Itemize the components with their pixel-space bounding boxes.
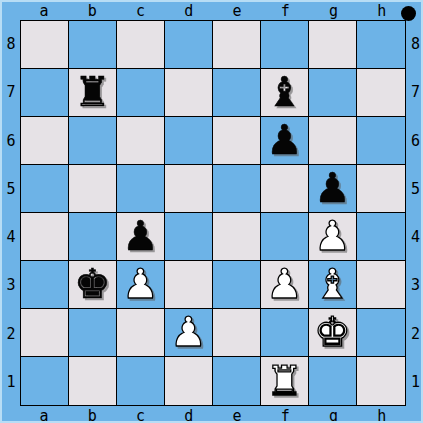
- square-g7[interactable]: [309, 69, 357, 117]
- rank-label-3: 3: [406, 261, 423, 309]
- file-label-b: b: [68, 406, 116, 423]
- file-label-f: f: [261, 406, 309, 423]
- square-d4[interactable]: [165, 213, 213, 261]
- square-d7[interactable]: [165, 69, 213, 117]
- piece-black-pawn: ♟: [266, 120, 303, 161]
- piece-white-rook: ♜: [266, 361, 303, 402]
- file-label-b: b: [68, 2, 116, 20]
- square-h6[interactable]: [357, 117, 405, 165]
- square-f8[interactable]: [261, 21, 309, 69]
- square-a1[interactable]: [21, 357, 69, 405]
- square-b5[interactable]: [69, 165, 117, 213]
- square-a3[interactable]: [21, 261, 69, 309]
- square-g4[interactable]: ♟: [309, 213, 357, 261]
- square-a7[interactable]: [21, 69, 69, 117]
- square-e8[interactable]: [213, 21, 261, 69]
- piece-white-pawn: ♟: [266, 264, 303, 305]
- file-label-f: f: [261, 2, 309, 20]
- file-label-h: h: [358, 2, 406, 20]
- square-b3[interactable]: ♚: [69, 261, 117, 309]
- square-h8[interactable]: [357, 21, 405, 69]
- piece-white-pawn: ♟: [314, 216, 351, 257]
- rank-label-4: 4: [2, 213, 20, 261]
- rank-label-4: 4: [406, 213, 423, 261]
- square-e5[interactable]: [213, 165, 261, 213]
- square-h1[interactable]: [357, 357, 405, 405]
- piece-white-king: ♚: [314, 312, 351, 353]
- square-c7[interactable]: [117, 69, 165, 117]
- rank-label-5: 5: [2, 165, 20, 213]
- square-d5[interactable]: [165, 165, 213, 213]
- square-h4[interactable]: [357, 213, 405, 261]
- file-labels-bottom: abcdefgh: [20, 406, 406, 423]
- chess-board: ♜♝♟♟♟♟♚♟♟♝♟♚♜: [20, 20, 406, 406]
- piece-black-king: ♚: [74, 264, 111, 305]
- file-labels-top: abcdefgh: [20, 2, 406, 20]
- square-h3[interactable]: [357, 261, 405, 309]
- rank-label-6: 6: [406, 117, 423, 165]
- square-e6[interactable]: [213, 117, 261, 165]
- square-e4[interactable]: [213, 213, 261, 261]
- rank-label-7: 7: [2, 68, 20, 116]
- square-c1[interactable]: [117, 357, 165, 405]
- file-label-c: c: [117, 406, 165, 423]
- square-b4[interactable]: [69, 213, 117, 261]
- square-e3[interactable]: [213, 261, 261, 309]
- square-c4[interactable]: ♟: [117, 213, 165, 261]
- rank-label-8: 8: [2, 20, 20, 68]
- square-d8[interactable]: [165, 21, 213, 69]
- rank-label-2: 2: [2, 310, 20, 358]
- rank-label-2: 2: [406, 310, 423, 358]
- file-label-c: c: [117, 2, 165, 20]
- piece-black-pawn: ♟: [122, 216, 159, 257]
- square-e7[interactable]: [213, 69, 261, 117]
- square-f1[interactable]: ♜: [261, 357, 309, 405]
- square-e1[interactable]: [213, 357, 261, 405]
- rank-label-1: 1: [2, 358, 20, 406]
- square-c2[interactable]: [117, 309, 165, 357]
- square-c5[interactable]: [117, 165, 165, 213]
- square-g5[interactable]: ♟: [309, 165, 357, 213]
- square-b8[interactable]: [69, 21, 117, 69]
- square-c3[interactable]: ♟: [117, 261, 165, 309]
- square-h2[interactable]: [357, 309, 405, 357]
- file-label-e: e: [213, 406, 261, 423]
- square-d2[interactable]: ♟: [165, 309, 213, 357]
- piece-black-rook: ♜: [74, 72, 111, 113]
- rank-labels-left: 87654321: [2, 20, 20, 406]
- square-b6[interactable]: [69, 117, 117, 165]
- rank-label-5: 5: [406, 165, 423, 213]
- square-d1[interactable]: [165, 357, 213, 405]
- file-label-d: d: [165, 406, 213, 423]
- square-d6[interactable]: [165, 117, 213, 165]
- piece-black-bishop: ♝: [266, 72, 303, 113]
- square-a2[interactable]: [21, 309, 69, 357]
- chess-diagram: abcdefgh abcdefgh 87654321 87654321 ♜♝♟♟…: [0, 0, 423, 423]
- square-g8[interactable]: [309, 21, 357, 69]
- file-label-g: g: [310, 2, 358, 20]
- square-a6[interactable]: [21, 117, 69, 165]
- square-d3[interactable]: [165, 261, 213, 309]
- square-c6[interactable]: [117, 117, 165, 165]
- file-label-d: d: [165, 2, 213, 20]
- square-g2[interactable]: ♚: [309, 309, 357, 357]
- side-to-move-indicator: [401, 6, 416, 21]
- file-label-g: g: [310, 406, 358, 423]
- piece-black-pawn: ♟: [314, 168, 351, 209]
- square-a8[interactable]: [21, 21, 69, 69]
- square-b7[interactable]: ♜: [69, 69, 117, 117]
- square-f3[interactable]: ♟: [261, 261, 309, 309]
- file-label-h: h: [358, 406, 406, 423]
- square-g1[interactable]: [309, 357, 357, 405]
- square-g3[interactable]: ♝: [309, 261, 357, 309]
- piece-white-bishop: ♝: [314, 264, 351, 305]
- square-a5[interactable]: [21, 165, 69, 213]
- piece-white-pawn: ♟: [170, 312, 207, 353]
- rank-label-8: 8: [406, 20, 423, 68]
- file-label-e: e: [213, 2, 261, 20]
- square-f4[interactable]: [261, 213, 309, 261]
- square-f2[interactable]: [261, 309, 309, 357]
- square-e2[interactable]: [213, 309, 261, 357]
- square-f6[interactable]: ♟: [261, 117, 309, 165]
- rank-label-1: 1: [406, 358, 423, 406]
- square-g6[interactable]: [309, 117, 357, 165]
- square-f7[interactable]: ♝: [261, 69, 309, 117]
- rank-label-6: 6: [2, 117, 20, 165]
- file-label-a: a: [20, 406, 68, 423]
- square-h5[interactable]: [357, 165, 405, 213]
- rank-label-7: 7: [406, 68, 423, 116]
- square-b2[interactable]: [69, 309, 117, 357]
- square-b1[interactable]: [69, 357, 117, 405]
- square-a4[interactable]: [21, 213, 69, 261]
- file-label-a: a: [20, 2, 68, 20]
- square-h7[interactable]: [357, 69, 405, 117]
- square-f5[interactable]: [261, 165, 309, 213]
- piece-white-pawn: ♟: [122, 264, 159, 305]
- rank-labels-right: 87654321: [406, 20, 423, 406]
- square-c8[interactable]: [117, 21, 165, 69]
- rank-label-3: 3: [2, 261, 20, 309]
